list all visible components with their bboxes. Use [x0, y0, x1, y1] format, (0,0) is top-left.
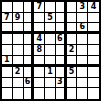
cell-r3c4[interactable]	[34, 23, 45, 34]
cell-r5c2[interactable]	[13, 45, 24, 56]
cell-r6c6[interactable]	[56, 56, 67, 67]
cell-r9c2[interactable]	[13, 88, 24, 99]
cell-r6c1[interactable]: 1	[2, 56, 13, 67]
cell-r8c1[interactable]	[2, 78, 13, 89]
cell-r4c5[interactable]	[45, 34, 56, 45]
cell-r1c9[interactable]: 4	[88, 2, 99, 13]
cell-r3c5[interactable]	[45, 23, 56, 34]
cell-r9c1[interactable]	[2, 88, 13, 99]
cell-r2c7[interactable]	[67, 13, 78, 24]
cell-r8c5[interactable]	[45, 78, 56, 89]
cell-r6c7[interactable]	[67, 56, 78, 67]
cell-r3c6[interactable]	[56, 23, 67, 34]
cell-r8c6[interactable]: 3	[56, 78, 67, 89]
cell-r6c3[interactable]	[24, 56, 35, 67]
cell-r8c8[interactable]	[77, 78, 88, 89]
cell-r1c3[interactable]	[24, 2, 35, 13]
cell-r7c5[interactable]: 1	[45, 67, 56, 78]
cell-r9c5[interactable]	[45, 88, 56, 99]
cell-r5c3[interactable]	[24, 45, 35, 56]
cell-r3c8[interactable]: 6	[77, 23, 88, 34]
cell-r4c3[interactable]	[24, 34, 35, 45]
cell-r1c2[interactable]	[13, 2, 24, 13]
cell-r9c7[interactable]	[67, 88, 78, 99]
cell-r6c8[interactable]	[77, 56, 88, 67]
cell-r5c4[interactable]: 8	[34, 45, 45, 56]
cell-r8c9[interactable]	[88, 78, 99, 89]
cell-r9c4[interactable]	[34, 88, 45, 99]
cell-r1c1[interactable]	[2, 2, 13, 13]
cell-r6c5[interactable]	[45, 56, 56, 67]
cell-r2c3[interactable]	[24, 13, 35, 24]
cell-r4c9[interactable]	[88, 34, 99, 45]
cell-r9c9[interactable]	[88, 88, 99, 99]
cell-r7c1[interactable]	[2, 67, 13, 78]
cell-r3c9[interactable]	[88, 23, 99, 34]
cell-r7c2[interactable]: 2	[13, 67, 24, 78]
cell-r9c6[interactable]	[56, 88, 67, 99]
cell-r1c7[interactable]	[67, 2, 78, 13]
cell-r3c2[interactable]	[13, 23, 24, 34]
cell-r2c6[interactable]	[56, 13, 67, 24]
cell-r5c6[interactable]	[56, 45, 67, 56]
cell-r4c4[interactable]: 4	[34, 34, 45, 45]
cell-r5c8[interactable]	[77, 45, 88, 56]
cell-r5c5[interactable]	[45, 45, 56, 56]
cell-r8c7[interactable]	[67, 78, 78, 89]
cell-r5c7[interactable]: 2	[67, 45, 78, 56]
cell-r2c2[interactable]: 9	[13, 13, 24, 24]
cell-r2c1[interactable]: 7	[2, 13, 13, 24]
cell-r3c3[interactable]	[24, 23, 35, 34]
cell-r7c6[interactable]	[56, 67, 67, 78]
cell-r1c8[interactable]: 3	[77, 2, 88, 13]
cell-r4c2[interactable]	[13, 34, 24, 45]
cell-r7c4[interactable]	[34, 67, 45, 78]
cell-r7c3[interactable]	[24, 67, 35, 78]
cell-r4c1[interactable]	[2, 34, 13, 45]
cell-r1c4[interactable]: 7	[34, 2, 45, 13]
cell-r7c9[interactable]	[88, 67, 99, 78]
cell-r1c5[interactable]	[45, 2, 56, 13]
cell-r5c9[interactable]	[88, 45, 99, 56]
cell-r6c2[interactable]	[13, 56, 24, 67]
cell-r7c8[interactable]	[77, 67, 88, 78]
cell-r8c4[interactable]	[34, 78, 45, 89]
cell-r9c8[interactable]	[77, 88, 88, 99]
cell-r2c5[interactable]: 5	[45, 13, 56, 24]
cell-r8c3[interactable]: 6	[24, 78, 35, 89]
cell-r2c4[interactable]	[34, 13, 45, 24]
cell-r7c7[interactable]: 5	[67, 67, 78, 78]
cell-r1c6[interactable]	[56, 2, 67, 13]
cell-r9c3[interactable]	[24, 88, 35, 99]
sudoku-board: 73479564682121563	[0, 0, 101, 101]
cell-r4c8[interactable]	[77, 34, 88, 45]
cell-r6c9[interactable]	[88, 56, 99, 67]
cell-r8c2[interactable]	[13, 78, 24, 89]
cell-r4c6[interactable]: 6	[56, 34, 67, 45]
cell-r3c1[interactable]	[2, 23, 13, 34]
cell-r4c7[interactable]	[67, 34, 78, 45]
cell-r3c7[interactable]	[67, 23, 78, 34]
cell-r2c9[interactable]	[88, 13, 99, 24]
cell-r6c4[interactable]	[34, 56, 45, 67]
